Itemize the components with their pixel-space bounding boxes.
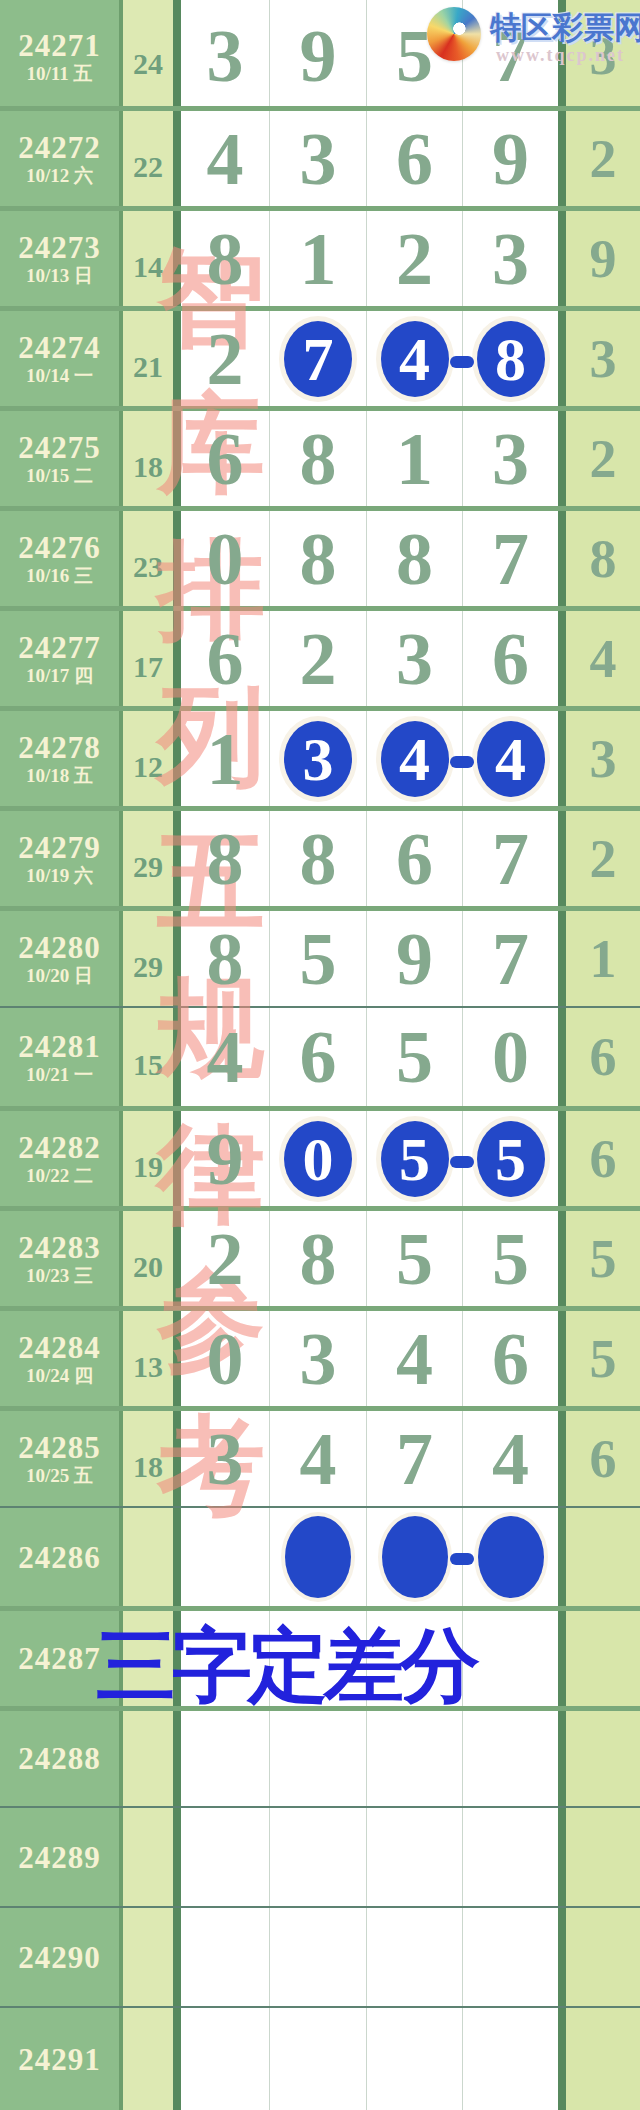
tail-digit: 2: [590, 132, 617, 186]
draw-digit: 8: [300, 522, 337, 596]
issue-number: 24274: [18, 332, 101, 363]
issue-number: 24288: [18, 1743, 101, 1774]
draw-digit-cell: 9: [462, 111, 558, 206]
draw-digit-cell: [366, 1908, 462, 2006]
draw-digit-cell: 3: [366, 611, 462, 706]
draw-digit: 9: [300, 19, 337, 93]
draw-digit: 9: [207, 1122, 244, 1196]
issue-cell: 24275 10/15 二: [0, 411, 119, 506]
draw-digit-cell: 8: [269, 411, 366, 506]
draw-digit-cell: 9: [366, 911, 462, 1006]
draw-digit-cell: 6: [181, 411, 269, 506]
draw-digit-cell: [269, 1908, 366, 2006]
divider: [173, 1808, 181, 1906]
divider: [173, 711, 181, 806]
sum-cell: 29: [123, 911, 173, 1006]
divider: [173, 1008, 181, 1106]
divider: [173, 1111, 181, 1206]
circled-digit: 4: [381, 321, 449, 397]
divider: [173, 2008, 181, 2110]
sum-value: 21: [133, 352, 163, 382]
draw-digit: 4: [207, 122, 244, 196]
sum-value: 29: [133, 952, 163, 982]
draw-digit: 2: [207, 1222, 244, 1296]
row-24275: 24275 10/15 二 18 6 8 1 3 2: [0, 406, 640, 506]
divider: [173, 211, 181, 306]
sum-cell: 13: [123, 1311, 173, 1406]
issue-cell: 24274 10/14 一: [0, 311, 119, 406]
draw-digit: 6: [207, 622, 244, 696]
tail-cell: 2: [566, 811, 640, 906]
issue-date: 10/24 四: [26, 1366, 93, 1385]
draw-digit: 5: [396, 19, 433, 93]
draw-digit-cell: 5: [366, 1008, 462, 1106]
draw-digit: 6: [492, 622, 529, 696]
sum-cell: 18: [123, 411, 173, 506]
issue-number: 24276: [18, 532, 101, 563]
draw-digit-cell: 2: [181, 1211, 269, 1306]
divider: [558, 1311, 566, 1406]
sum-cell: 14: [123, 211, 173, 306]
draw-digit-cell: [269, 1711, 366, 1806]
tail-cell: 2: [566, 111, 640, 206]
draw-digit: 1: [396, 422, 433, 496]
tail-digit: 5: [590, 1232, 617, 1286]
issue-cell: 24281 10/21 一: [0, 1008, 119, 1106]
draw-digit: 2: [396, 222, 433, 296]
draw-digit-cell: 0: [181, 511, 269, 606]
draw-digit-cell: [181, 1808, 269, 1906]
sum-cell: 29: [123, 811, 173, 906]
sum-cell: 15: [123, 1008, 173, 1106]
issue-number: 24279: [18, 832, 101, 863]
circled-digit: 4: [477, 721, 545, 797]
draw-digit-cell: 7: [462, 511, 558, 606]
draw-digit-cell: 6: [269, 1008, 366, 1106]
draw-digit-cell: 5: [366, 1111, 462, 1206]
divider: [173, 1211, 181, 1306]
issue-number: 24285: [18, 1432, 101, 1463]
draw-digit-cell: 3: [462, 211, 558, 306]
tail-cell: 9: [566, 211, 640, 306]
row-24289: 24289: [0, 1806, 640, 1906]
issue-number: 24275: [18, 432, 101, 463]
issue-date: 10/25 五: [26, 1466, 93, 1485]
sum-value: 23: [133, 552, 163, 582]
divider: [558, 6, 566, 106]
issue-cell: 24280 10/20 日: [0, 911, 119, 1006]
tail-cell: 3: [566, 6, 640, 106]
issue-date: 10/20 日: [26, 966, 93, 985]
draw-digit: 8: [207, 222, 244, 296]
divider: [558, 811, 566, 906]
tail-cell: 5: [566, 1311, 640, 1406]
draw-digit-cell: 8: [366, 511, 462, 606]
row-24284: 24284 10/24 四 13 0 3 4 6 5: [0, 1306, 640, 1406]
filled-dot: [478, 1516, 544, 1598]
divider: [173, 411, 181, 506]
issue-date: 10/22 二: [26, 1166, 93, 1185]
issue-cell: 24272 10/12 六: [0, 111, 119, 206]
draw-digit: 9: [492, 122, 529, 196]
draw-digit-cell: 6: [366, 111, 462, 206]
draw-digit: 3: [492, 422, 529, 496]
draw-digit: 6: [396, 122, 433, 196]
draw-digit-cell: [462, 1611, 558, 1706]
draw-digit-cell: [181, 1711, 269, 1806]
draw-digit: 3: [396, 622, 433, 696]
chart-rows: 24271 10/11 五 24 3 9 5 7 3 24272 10/12 六…: [0, 6, 640, 2110]
draw-digit-cell: 3: [181, 6, 269, 106]
draw-digit-cell: 8: [462, 311, 558, 406]
sum-value: 18: [133, 1452, 163, 1482]
divider: [558, 1508, 566, 1606]
sum-cell: 22: [123, 111, 173, 206]
draw-digit: 7: [396, 1422, 433, 1496]
draw-digit-cell: 6: [181, 611, 269, 706]
tail-digit: 2: [590, 832, 617, 886]
row-24272: 24272 10/12 六 22 4 3 6 9 2: [0, 106, 640, 206]
draw-digit: 3: [300, 1322, 337, 1396]
draw-digit: 6: [300, 1020, 337, 1094]
divider: [558, 711, 566, 806]
draw-digit: 9: [396, 922, 433, 996]
divider: [558, 1111, 566, 1206]
sum-value: 17: [133, 652, 163, 682]
tail-digit: 4: [590, 632, 617, 686]
issue-cell: 24285 10/25 五: [0, 1411, 119, 1506]
issue-number: 24280: [18, 932, 101, 963]
tail-digit: 6: [590, 1030, 617, 1084]
draw-digit-cell: 8: [269, 1211, 366, 1306]
draw-digit-cell: 2: [366, 211, 462, 306]
draw-digit: 3: [300, 122, 337, 196]
sum-cell: 19: [123, 1111, 173, 1206]
tail-cell: 5: [566, 1211, 640, 1306]
draw-digit: 4: [300, 1422, 337, 1496]
divider: [173, 1908, 181, 2006]
issue-cell: 24283 10/23 三: [0, 1211, 119, 1306]
divider: [173, 111, 181, 206]
draw-digit-cell: 6: [462, 611, 558, 706]
draw-digit: 0: [207, 522, 244, 596]
row-24286: 24286: [0, 1506, 640, 1606]
row-24273: 24273 10/13 日 14 8 1 2 3 9: [0, 206, 640, 306]
draw-digit: 3: [492, 222, 529, 296]
sum-cell: [123, 1808, 173, 1906]
sum-cell: 17: [123, 611, 173, 706]
tail-cell: [566, 1908, 640, 2006]
draw-digit-cell: 8: [181, 211, 269, 306]
divider: [558, 1808, 566, 1906]
draw-digit: 5: [300, 922, 337, 996]
sum-value: 22: [133, 152, 163, 182]
draw-digit-cell: 4: [462, 1411, 558, 1506]
issue-number: 24282: [18, 1132, 101, 1163]
sum-cell: 21: [123, 311, 173, 406]
draw-digit-cell: [269, 1808, 366, 1906]
tail-cell: 2: [566, 411, 640, 506]
sum-cell: 18: [123, 1411, 173, 1506]
divider: [558, 1411, 566, 1506]
tail-digit: 1: [590, 932, 617, 986]
issue-number: 24291: [18, 2044, 101, 2075]
draw-digit-cell: 2: [181, 311, 269, 406]
tail-cell: 6: [566, 1411, 640, 1506]
divider: [173, 811, 181, 906]
sum-value: 29: [133, 852, 163, 882]
tail-cell: 1: [566, 911, 640, 1006]
issue-number: 24277: [18, 632, 101, 663]
tail-cell: [566, 1711, 640, 1806]
draw-digit: 6: [396, 822, 433, 896]
issue-cell: 24271 10/11 五: [0, 6, 119, 106]
draw-digit: 4: [396, 1322, 433, 1396]
tail-cell: [566, 1508, 640, 1606]
sum-value: 15: [133, 1050, 163, 1080]
draw-digit-cell: 4: [366, 711, 462, 806]
divider: [558, 1611, 566, 1706]
divider: [173, 1311, 181, 1406]
draw-digit-cell: 8: [181, 811, 269, 906]
draw-digit-cell: [181, 1908, 269, 2006]
row-24281: 24281 10/21 一 15 4 6 5 0 6: [0, 1006, 640, 1106]
draw-digit-cell: 7: [269, 311, 366, 406]
draw-digit: 5: [492, 1222, 529, 1296]
draw-digit: 8: [207, 922, 244, 996]
draw-digit-cell: 9: [269, 6, 366, 106]
tail-digit: 8: [590, 532, 617, 586]
sum-cell: 20: [123, 1211, 173, 1306]
issue-number: 24272: [18, 132, 101, 163]
draw-digit-cell: 8: [269, 811, 366, 906]
row-24274: 24274 10/14 一 21 2 7 4 8 3: [0, 306, 640, 406]
issue-cell: 24273 10/13 日: [0, 211, 119, 306]
tail-cell: [566, 1611, 640, 1706]
divider: [558, 511, 566, 606]
row-24291: 24291: [0, 2006, 640, 2110]
issue-cell: 24277 10/17 四: [0, 611, 119, 706]
draw-digit: 8: [300, 1222, 337, 1296]
draw-digit-cell: 4: [181, 111, 269, 206]
sum-value: 20: [133, 1252, 163, 1282]
issue-number: 24278: [18, 732, 101, 763]
sum-value: 24: [133, 49, 163, 79]
draw-digit-cell: [366, 1508, 462, 1606]
row-24279: 24279 10/19 六 29 8 8 6 7 2: [0, 806, 640, 906]
draw-digit-cell: 1: [269, 211, 366, 306]
circled-digit: 7: [284, 321, 352, 397]
draw-digit-cell: 5: [462, 1211, 558, 1306]
draw-digit-cell: 0: [181, 1311, 269, 1406]
sum-cell: [123, 1711, 173, 1806]
tail-cell: 4: [566, 611, 640, 706]
issue-date: 10/18 五: [26, 766, 93, 785]
tail-digit: 9: [590, 232, 617, 286]
draw-digit: 4: [492, 1422, 529, 1496]
issue-date: 10/12 六: [26, 166, 93, 185]
circled-digit: 0: [284, 1121, 352, 1197]
row-24288: 24288: [0, 1706, 640, 1806]
chart-title-banner: 三字定差分: [96, 1626, 476, 1706]
draw-digit-cell: 4: [181, 1008, 269, 1106]
issue-date: 10/11 五: [27, 64, 93, 83]
tail-digit: 6: [590, 1432, 617, 1486]
draw-digit-cell: 7: [462, 6, 558, 106]
tail-digit: 5: [590, 1332, 617, 1386]
lottery-trend-chart: 24271 10/11 五 24 3 9 5 7 3 24272 10/12 六…: [0, 0, 640, 2110]
sum-value: 13: [133, 1352, 163, 1382]
issue-date: 10/16 三: [26, 566, 93, 585]
draw-digit-cell: 4: [366, 311, 462, 406]
tail-digit: 2: [590, 432, 617, 486]
tail-cell: 3: [566, 311, 640, 406]
draw-digit-cell: 5: [269, 911, 366, 1006]
sum-cell: 23: [123, 511, 173, 606]
draw-digit-cell: 4: [366, 1311, 462, 1406]
divider: [173, 1411, 181, 1506]
issue-date: 10/19 六: [26, 866, 93, 885]
draw-digit-cell: 3: [269, 711, 366, 806]
divider: [558, 1008, 566, 1106]
sum-value: 19: [133, 1152, 163, 1182]
issue-number: 24283: [18, 1232, 101, 1263]
draw-digit-cell: [462, 1508, 558, 1606]
row-24282: 24282 10/22 二 19 9 0 5 5 6: [0, 1106, 640, 1206]
draw-digit-cell: 7: [462, 811, 558, 906]
row-24278: 24278 10/18 五 12 1 3 4 4 3: [0, 706, 640, 806]
divider: [558, 311, 566, 406]
draw-digit-cell: 4: [462, 711, 558, 806]
issue-cell: 24276 10/16 三: [0, 511, 119, 606]
sum-cell: 12: [123, 711, 173, 806]
circled-digit: 3: [284, 721, 352, 797]
circle-dash: [450, 756, 474, 768]
draw-digit-cell: [181, 2008, 269, 2110]
issue-number: 24289: [18, 1842, 101, 1873]
filled-dot: [285, 1516, 351, 1598]
issue-cell: 24284 10/24 四: [0, 1311, 119, 1406]
issue-date: 10/14 一: [26, 366, 93, 385]
issue-cell: 24282 10/22 二: [0, 1111, 119, 1206]
draw-digit: 7: [492, 822, 529, 896]
draw-digit-cell: 3: [269, 111, 366, 206]
circle-dash: [450, 356, 474, 368]
draw-digit: 3: [207, 19, 244, 93]
issue-date: 10/17 四: [26, 666, 93, 685]
issue-cell: 24290: [0, 1908, 119, 2006]
draw-digit: 8: [300, 822, 337, 896]
issue-number: 24271: [18, 30, 101, 61]
draw-digit-cell: 5: [366, 6, 462, 106]
draw-digit: 7: [492, 19, 529, 93]
draw-digit-cell: 6: [462, 1311, 558, 1406]
row-24280: 24280 10/20 日 29 8 5 9 7 1: [0, 906, 640, 1006]
tail-cell: 6: [566, 1111, 640, 1206]
filled-dot: [382, 1516, 448, 1598]
draw-digit-cell: [462, 1908, 558, 2006]
row-24283: 24283 10/23 三 20 2 8 5 5 5: [0, 1206, 640, 1306]
draw-digit: 8: [207, 822, 244, 896]
issue-number: 24273: [18, 232, 101, 263]
issue-number: 24281: [18, 1031, 101, 1062]
issue-cell: 24288: [0, 1711, 119, 1806]
draw-digit-cell: [269, 2008, 366, 2110]
draw-digit-cell: 4: [269, 1411, 366, 1506]
draw-digit-cell: [462, 1711, 558, 1806]
circled-digit: 5: [477, 1121, 545, 1197]
divider: [558, 411, 566, 506]
divider: [558, 1711, 566, 1806]
tail-digit: 3: [590, 29, 617, 83]
issue-number: 24287: [18, 1643, 101, 1674]
issue-number: 24284: [18, 1332, 101, 1363]
draw-digit: 1: [207, 722, 244, 796]
circle-dash: [450, 1553, 474, 1565]
issue-date: 10/15 二: [26, 466, 93, 485]
tail-cell: [566, 1808, 640, 1906]
draw-digit: 4: [207, 1020, 244, 1094]
draw-digit-cell: 3: [462, 411, 558, 506]
draw-digit-cell: 0: [269, 1111, 366, 1206]
sum-value: 12: [133, 752, 163, 782]
divider: [173, 1508, 181, 1606]
circled-digit: 4: [381, 721, 449, 797]
issue-date: 10/23 三: [26, 1266, 93, 1285]
row-24290: 24290: [0, 1906, 640, 2006]
divider: [558, 2008, 566, 2110]
draw-digit-cell: 1: [181, 711, 269, 806]
divider: [558, 211, 566, 306]
draw-digit: 6: [207, 422, 244, 496]
tail-cell: 3: [566, 711, 640, 806]
draw-digit: 3: [207, 1422, 244, 1496]
draw-digit-cell: 5: [366, 1211, 462, 1306]
draw-digit-cell: [366, 1711, 462, 1806]
tail-digit: 3: [590, 732, 617, 786]
draw-digit: 2: [300, 622, 337, 696]
sum-cell: [123, 2008, 173, 2110]
divider: [173, 311, 181, 406]
draw-digit-cell: 8: [269, 511, 366, 606]
draw-digit-cell: [366, 1808, 462, 1906]
issue-date: 10/21 一: [26, 1065, 93, 1084]
tail-cell: 8: [566, 511, 640, 606]
draw-digit-cell: [269, 1508, 366, 1606]
sum-value: 18: [133, 452, 163, 482]
draw-digit: 5: [396, 1222, 433, 1296]
draw-digit: 2: [207, 322, 244, 396]
issue-date: 10/13 日: [26, 266, 93, 285]
row-24276: 24276 10/16 三 23 0 8 8 7 8: [0, 506, 640, 606]
draw-digit: 6: [492, 1322, 529, 1396]
draw-digit-cell: 8: [181, 911, 269, 1006]
draw-digit-cell: [366, 2008, 462, 2110]
divider: [173, 511, 181, 606]
sum-value: 14: [133, 252, 163, 282]
issue-cell: 24291: [0, 2008, 119, 2110]
tail-digit: 6: [590, 1132, 617, 1186]
circle-dash: [450, 1156, 474, 1168]
issue-cell: 24286: [0, 1508, 119, 1606]
circled-digit: 5: [381, 1121, 449, 1197]
row-24271: 24271 10/11 五 24 3 9 5 7 3: [0, 6, 640, 106]
draw-digit-cell: 1: [366, 411, 462, 506]
tail-cell: 6: [566, 1008, 640, 1106]
issue-cell: 24278 10/18 五: [0, 711, 119, 806]
issue-number: 24290: [18, 1942, 101, 1973]
divider: [173, 1711, 181, 1806]
